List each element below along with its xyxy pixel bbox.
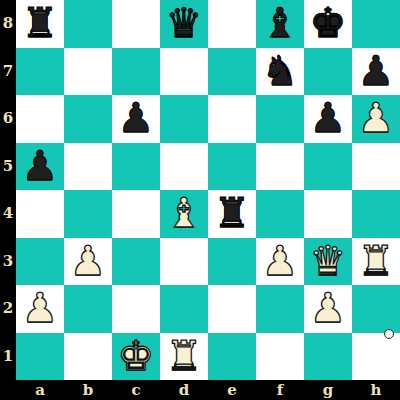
piece-white-pawn: ♟	[64, 238, 112, 286]
rank-label-1: 1	[0, 333, 16, 381]
square-b5[interactable]	[64, 143, 112, 191]
square-a6[interactable]	[16, 95, 64, 143]
chess-board: ♜♛♝♚♞♟♟♟♟♟♝♜♟♟♛♜♟♟♚♜	[16, 0, 400, 380]
file-label-e: e	[208, 380, 256, 400]
square-e4[interactable]: ♜	[208, 190, 256, 238]
square-c6[interactable]: ♟	[112, 95, 160, 143]
rank-label-5: 5	[0, 143, 16, 191]
square-h2[interactable]	[352, 285, 400, 333]
square-g2[interactable]: ♟	[304, 285, 352, 333]
piece-white-pawn: ♟	[256, 238, 304, 286]
square-b4[interactable]	[64, 190, 112, 238]
square-a1[interactable]	[16, 333, 64, 381]
square-d4[interactable]: ♝	[160, 190, 208, 238]
square-g4[interactable]	[304, 190, 352, 238]
square-e7[interactable]	[208, 48, 256, 96]
square-c7[interactable]	[112, 48, 160, 96]
square-a2[interactable]: ♟	[16, 285, 64, 333]
square-h8[interactable]	[352, 0, 400, 48]
square-f1[interactable]	[256, 333, 304, 381]
square-e1[interactable]	[208, 333, 256, 381]
square-h3[interactable]: ♜	[352, 238, 400, 286]
square-g3[interactable]: ♛	[304, 238, 352, 286]
square-c2[interactable]	[112, 285, 160, 333]
piece-white-rook: ♜	[352, 238, 400, 286]
file-label-a: a	[16, 380, 64, 400]
square-a4[interactable]	[16, 190, 64, 238]
square-e3[interactable]	[208, 238, 256, 286]
square-g1[interactable]	[304, 333, 352, 381]
piece-black-rook: ♜	[16, 0, 64, 48]
square-h7[interactable]: ♟	[352, 48, 400, 96]
square-d8[interactable]: ♛	[160, 0, 208, 48]
square-f8[interactable]: ♝	[256, 0, 304, 48]
square-c4[interactable]	[112, 190, 160, 238]
square-h4[interactable]	[352, 190, 400, 238]
square-c1[interactable]: ♚	[112, 333, 160, 381]
square-e8[interactable]	[208, 0, 256, 48]
square-f4[interactable]	[256, 190, 304, 238]
square-b8[interactable]	[64, 0, 112, 48]
square-d2[interactable]	[160, 285, 208, 333]
square-g8[interactable]: ♚	[304, 0, 352, 48]
square-a3[interactable]	[16, 238, 64, 286]
square-d7[interactable]	[160, 48, 208, 96]
white-to-move-indicator	[384, 329, 394, 339]
piece-white-pawn: ♟	[304, 285, 352, 333]
square-b6[interactable]	[64, 95, 112, 143]
piece-black-king: ♚	[304, 0, 352, 48]
square-g6[interactable]: ♟	[304, 95, 352, 143]
square-d1[interactable]: ♜	[160, 333, 208, 381]
square-f7[interactable]: ♞	[256, 48, 304, 96]
rank-labels: 87654321	[0, 0, 16, 380]
piece-black-pawn: ♟	[112, 95, 160, 143]
square-a5[interactable]: ♟	[16, 143, 64, 191]
square-c8[interactable]	[112, 0, 160, 48]
chess-board-frame: 87654321 ♜♛♝♚♞♟♟♟♟♟♝♜♟♟♛♜♟♟♚♜ abcdefgh	[0, 0, 400, 400]
piece-black-bishop: ♝	[256, 0, 304, 48]
file-label-c: c	[112, 380, 160, 400]
file-label-h: h	[352, 380, 400, 400]
piece-black-queen: ♛	[160, 0, 208, 48]
square-c3[interactable]	[112, 238, 160, 286]
file-labels: abcdefgh	[16, 380, 400, 400]
piece-white-pawn: ♟	[16, 285, 64, 333]
square-c5[interactable]	[112, 143, 160, 191]
square-a7[interactable]	[16, 48, 64, 96]
square-b7[interactable]	[64, 48, 112, 96]
square-d3[interactable]	[160, 238, 208, 286]
file-label-f: f	[256, 380, 304, 400]
square-f2[interactable]	[256, 285, 304, 333]
square-e6[interactable]	[208, 95, 256, 143]
piece-black-pawn: ♟	[304, 95, 352, 143]
square-d5[interactable]	[160, 143, 208, 191]
square-d6[interactable]	[160, 95, 208, 143]
square-e5[interactable]	[208, 143, 256, 191]
rank-label-3: 3	[0, 238, 16, 286]
square-f3[interactable]: ♟	[256, 238, 304, 286]
rank-label-4: 4	[0, 190, 16, 238]
square-h1[interactable]	[352, 333, 400, 381]
piece-black-rook: ♜	[208, 190, 256, 238]
piece-white-pawn: ♟	[352, 95, 400, 143]
square-b3[interactable]: ♟	[64, 238, 112, 286]
square-g5[interactable]	[304, 143, 352, 191]
square-e2[interactable]	[208, 285, 256, 333]
piece-black-pawn: ♟	[352, 48, 400, 96]
square-f6[interactable]	[256, 95, 304, 143]
square-b2[interactable]	[64, 285, 112, 333]
piece-white-queen: ♛	[304, 238, 352, 286]
square-a8[interactable]: ♜	[16, 0, 64, 48]
square-g7[interactable]	[304, 48, 352, 96]
piece-white-bishop: ♝	[160, 190, 208, 238]
rank-label-7: 7	[0, 48, 16, 96]
file-label-d: d	[160, 380, 208, 400]
rank-label-6: 6	[0, 95, 16, 143]
file-label-g: g	[304, 380, 352, 400]
piece-black-pawn: ♟	[16, 143, 64, 191]
square-b1[interactable]	[64, 333, 112, 381]
square-h6[interactable]: ♟	[352, 95, 400, 143]
square-h5[interactable]	[352, 143, 400, 191]
piece-black-knight: ♞	[256, 48, 304, 96]
rank-label-2: 2	[0, 285, 16, 333]
piece-white-king: ♚	[112, 333, 160, 381]
square-f5[interactable]	[256, 143, 304, 191]
rank-label-8: 8	[0, 0, 16, 48]
file-label-b: b	[64, 380, 112, 400]
piece-white-rook: ♜	[160, 333, 208, 381]
